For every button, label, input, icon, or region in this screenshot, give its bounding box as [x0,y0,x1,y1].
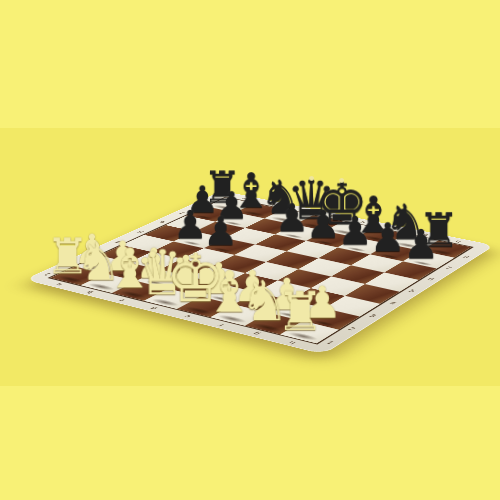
piece-black-pawn[interactable]: ♟ [338,211,373,250]
cream-finial [309,176,314,181]
piece-black-pawn[interactable]: ♟ [403,224,439,264]
piece-black-pawn[interactable]: ♟ [306,205,341,244]
piece-black-pawn[interactable]: ♟ [370,217,406,257]
board-perspective-wrapper: ♜♝♞♛♚♝♞♜♟♟♟♟♟♟♟♟♟♟♟♟♟♟♟♟♟♜♞♝♛♚♝♞♜ aabbcc… [96,92,436,432]
cream-finial [340,178,345,183]
scene: ♜♝♞♛♚♝♞♜♟♟♟♟♟♟♟♟♟♟♟♟♟♟♟♟♟♜♞♝♛♚♝♞♜ aabbcc… [0,0,500,500]
piece-white-rook[interactable]: ♜ [276,284,324,338]
piece-black-pawn[interactable]: ♟ [275,198,309,236]
chess-board[interactable]: ♜♝♞♛♚♝♞♜♟♟♟♟♟♟♟♟♟♟♟♟♟♟♟♟♟♜♞♝♛♚♝♞♜ [50,198,471,344]
